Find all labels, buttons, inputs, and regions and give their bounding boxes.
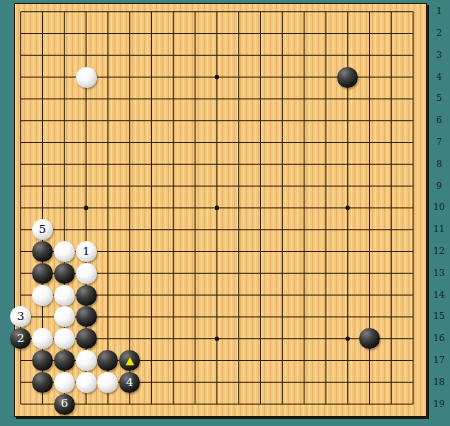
coordinate-label: 7 [428, 137, 450, 148]
stone-white[interactable] [54, 241, 75, 262]
stone-black[interactable] [76, 306, 97, 327]
stone-white[interactable] [54, 328, 75, 349]
coordinate-label: 17 [428, 355, 450, 366]
stone-white[interactable] [54, 372, 75, 393]
stone-black[interactable] [32, 350, 53, 371]
coordinate-label: 18 [428, 377, 450, 388]
stone-black[interactable] [337, 67, 358, 88]
coordinate-column-right: 12345678910111213141516171819 [428, 4, 450, 418]
stone-white[interactable] [76, 263, 97, 284]
stone-white[interactable] [54, 285, 75, 306]
coordinate-label: 1 [428, 6, 450, 17]
stone-white[interactable]: 1 [76, 241, 97, 262]
stone-white[interactable] [32, 285, 53, 306]
coordinate-label: 19 [428, 399, 450, 410]
move-number-label: 4 [126, 377, 133, 389]
triangle-marker-icon: ▲ [125, 355, 133, 366]
go-app-window: 5132▲46 12345678910111213141516171819 [0, 0, 450, 426]
coordinate-label: 4 [428, 72, 450, 83]
stone-black[interactable] [76, 285, 97, 306]
stone-black[interactable]: 6 [54, 394, 75, 415]
coordinate-label: 5 [428, 93, 450, 104]
stone-black[interactable]: 4 [119, 372, 140, 393]
stone-white[interactable] [76, 350, 97, 371]
coordinate-label: 6 [428, 115, 450, 126]
go-board[interactable]: 5132▲46 [14, 3, 427, 417]
stone-black[interactable] [32, 241, 53, 262]
stone-black[interactable] [76, 328, 97, 349]
move-number-label: 5 [39, 224, 46, 236]
coordinate-label: 3 [428, 50, 450, 61]
move-number-label: 1 [82, 246, 89, 258]
coordinate-label: 10 [428, 202, 450, 213]
coordinate-label: 15 [428, 311, 450, 322]
move-number-label: 2 [17, 333, 24, 345]
stone-white[interactable] [76, 372, 97, 393]
move-number-label: 3 [17, 311, 24, 323]
coordinate-label: 13 [428, 268, 450, 279]
coordinate-label: 16 [428, 333, 450, 344]
coordinate-label: 11 [428, 224, 450, 235]
coordinate-label: 8 [428, 159, 450, 170]
coordinate-label: 12 [428, 246, 450, 257]
coordinate-label: 14 [428, 290, 450, 301]
coordinate-label: 9 [428, 181, 450, 192]
stone-black[interactable] [32, 263, 53, 284]
stone-black[interactable] [54, 263, 75, 284]
stone-black[interactable] [54, 350, 75, 371]
stone-black[interactable] [32, 372, 53, 393]
stone-white[interactable] [76, 67, 97, 88]
coordinate-label: 2 [428, 28, 450, 39]
move-number-label: 6 [61, 398, 68, 410]
